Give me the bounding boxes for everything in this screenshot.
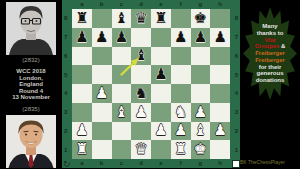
coord-rank-2-left: 2 (64, 126, 67, 135)
white-to-move-indicator (233, 161, 239, 167)
black-bishop[interactable]: ♝ (134, 48, 147, 63)
square-b7[interactable]: ♟ (92, 28, 112, 47)
square-c3[interactable]: ♝ (112, 103, 132, 122)
square-e5[interactable]: ♟ (151, 65, 171, 84)
event-line-date: 13 November (12, 94, 50, 101)
square-e7[interactable] (151, 28, 171, 47)
white-pawn[interactable]: ♟ (75, 123, 88, 138)
donor-name: Freiberger (255, 50, 285, 56)
coord-rank-6-right: 6 (235, 51, 238, 60)
square-g5[interactable] (191, 65, 211, 84)
square-e8[interactable]: ♜ (151, 9, 171, 28)
black-pawn[interactable]: ♟ (95, 30, 108, 45)
black-pawn[interactable]: ♟ (154, 67, 167, 82)
square-d7[interactable] (131, 28, 151, 47)
coord-rank-7-right: 7 (235, 33, 238, 42)
white-rook[interactable]: ♜ (174, 142, 187, 157)
square-h8[interactable] (210, 9, 230, 28)
donation-line-5: Freiberger (243, 57, 297, 64)
flip-board-icon[interactable]: ↻ (63, 159, 71, 168)
square-a1[interactable]: ♜ (72, 140, 92, 159)
white-rook[interactable]: ♜ (75, 142, 88, 157)
black-king[interactable]: ♚ (194, 11, 207, 26)
square-c2[interactable] (112, 122, 132, 141)
donation-line-7: generous (243, 70, 297, 77)
square-h1[interactable] (210, 140, 230, 159)
square-b8[interactable] (92, 9, 112, 28)
donor-name: Groupes (255, 43, 280, 49)
coord-file-c-top: c (120, 0, 123, 9)
square-b2[interactable] (92, 122, 112, 141)
coord-rank-5-right: 5 (235, 70, 238, 79)
event-info: WCC 2018 London, England Round 4 13 Nove… (12, 68, 50, 101)
square-e3[interactable] (151, 103, 171, 122)
square-e1[interactable] (151, 140, 171, 159)
black-pawn[interactable]: ♟ (75, 30, 88, 45)
donation-word: donations (256, 77, 285, 83)
donation-word: for their (259, 64, 282, 70)
coord-file-d-top: d (139, 0, 143, 9)
donor-name: Vlat (264, 37, 275, 43)
coord-file-e-bottom: e (159, 159, 162, 168)
coord-rank-4-left: 4 (64, 89, 67, 98)
donor-name: Freiberger (255, 57, 285, 63)
channel-watermark: BK TheChessPlayer (240, 160, 285, 165)
coord-rank-1-left: 1 (64, 145, 67, 154)
donation-line-1: thanks to (243, 30, 297, 37)
donation-word: & (279, 43, 285, 49)
white-pawn[interactable]: ♟ (213, 123, 226, 138)
square-d8[interactable]: ♛ (131, 9, 151, 28)
square-f6[interactable] (171, 47, 191, 66)
square-e2[interactable]: ♟ (151, 122, 171, 141)
photo-carlsen (6, 115, 56, 169)
square-a8[interactable]: ♜ (72, 9, 92, 28)
square-b6[interactable] (92, 47, 112, 66)
square-a3[interactable] (72, 103, 92, 122)
coord-rank-4-right: 4 (235, 89, 238, 98)
square-d4[interactable]: ♞ (131, 84, 151, 103)
bottom-player-rating: (2835) (22, 106, 39, 113)
square-f2[interactable]: ♟ (171, 122, 191, 141)
square-g1[interactable]: ♚ (191, 140, 211, 159)
square-a2[interactable]: ♟ (72, 122, 92, 141)
donation-text: Manythanks toVlatGroupes &FreibergerFrei… (243, 23, 297, 84)
coord-file-h-top: h (218, 0, 222, 9)
coord-file-b-top: b (100, 0, 104, 9)
square-g8[interactable]: ♚ (191, 9, 211, 28)
black-pawn[interactable]: ♟ (115, 30, 128, 45)
donation-line-4: Freiberger (243, 50, 297, 57)
donation-line-0: Many (243, 23, 297, 30)
donation-word: thanks to (257, 30, 284, 36)
donation-word: generous (256, 70, 283, 76)
black-pawn[interactable]: ♟ (194, 30, 207, 45)
coord-file-d-bottom: d (139, 159, 143, 168)
square-a4[interactable] (72, 84, 92, 103)
coord-file-a-top: a (80, 0, 83, 9)
white-queen[interactable]: ♛ (134, 142, 147, 157)
coord-rank-3-right: 3 (235, 108, 238, 117)
square-f8[interactable] (171, 9, 191, 28)
black-pawn[interactable]: ♟ (174, 30, 187, 45)
coord-file-a-bottom: a (80, 159, 83, 168)
square-g6[interactable] (191, 47, 211, 66)
coord-rank-8-right: 8 (235, 14, 238, 23)
square-d3[interactable]: ♟ (131, 103, 151, 122)
white-pawn[interactable]: ♟ (154, 123, 167, 138)
square-g4[interactable] (191, 84, 211, 103)
square-b3[interactable] (92, 103, 112, 122)
square-h7[interactable]: ♟ (210, 28, 230, 47)
square-h3[interactable] (210, 103, 230, 122)
square-c6[interactable] (112, 47, 132, 66)
black-queen[interactable]: ♛ (134, 11, 147, 26)
white-bishop[interactable]: ♝ (194, 123, 207, 138)
donation-panel: Manythanks toVlatGroupes &FreibergerFrei… (240, 0, 300, 168)
coord-file-h-bottom: h (218, 159, 222, 168)
square-d2[interactable] (131, 122, 151, 141)
square-h2[interactable]: ♟ (210, 122, 230, 141)
donation-word: Many (262, 23, 277, 29)
square-a6[interactable] (72, 47, 92, 66)
black-knight[interactable]: ♞ (134, 86, 147, 101)
square-c5[interactable] (112, 65, 132, 84)
white-pawn[interactable]: ♟ (95, 86, 108, 101)
donation-line-3: Groupes & (243, 43, 297, 50)
black-pawn[interactable]: ♟ (213, 30, 226, 45)
donation-line-8: donations (243, 77, 297, 84)
white-pawn[interactable]: ♟ (134, 105, 147, 120)
square-b1[interactable] (92, 140, 112, 159)
photo-caruana (6, 2, 56, 55)
coord-file-f-top: f (180, 0, 182, 9)
coord-file-c-bottom: c (120, 159, 123, 168)
video-frame: (2832) WCC 2018 London, England Round 4 … (0, 0, 300, 168)
donation-line-6: for their (243, 64, 297, 71)
white-pawn[interactable]: ♟ (194, 105, 207, 120)
chess-board: ♜♝♛♜♚♟♟♟♟♟♟♝♟♟♞♝♟♞♟♟♟♟♝♟♜♛♜♚ (72, 9, 230, 159)
coord-rank-2-right: 2 (235, 126, 238, 135)
square-a7[interactable]: ♟ (72, 28, 92, 47)
square-f5[interactable] (171, 65, 191, 84)
square-c7[interactable]: ♟ (112, 28, 132, 47)
white-bishop[interactable]: ♝ (115, 105, 128, 120)
carlsen-portrait-graphic (6, 115, 56, 169)
black-rook[interactable]: ♜ (154, 11, 167, 26)
top-player-rating: (2832) (22, 57, 39, 64)
square-h5[interactable] (210, 65, 230, 84)
square-a5[interactable] (72, 65, 92, 84)
square-e4[interactable] (151, 84, 171, 103)
square-g3[interactable]: ♟ (191, 103, 211, 122)
coord-rank-7-left: 7 (64, 33, 67, 42)
players-panel: (2832) WCC 2018 London, England Round 4 … (0, 0, 62, 168)
black-bishop[interactable]: ♝ (115, 11, 128, 26)
square-g7[interactable]: ♟ (191, 28, 211, 47)
coord-file-e-top: e (159, 0, 162, 9)
coord-file-g-bottom: g (199, 159, 203, 168)
coord-file-f-bottom: f (180, 159, 182, 168)
caruana-portrait-graphic (6, 2, 56, 55)
square-f1[interactable]: ♜ (171, 140, 191, 159)
square-f4[interactable] (171, 84, 191, 103)
board-area: ♜♝♛♜♚♟♟♟♟♟♟♝♟♟♞♝♟♞♟♟♟♟♝♟♜♛♜♚ ↻ aabbccdde… (62, 0, 240, 168)
white-pawn[interactable]: ♟ (174, 123, 187, 138)
coord-rank-3-left: 3 (64, 108, 67, 117)
square-b5[interactable] (92, 65, 112, 84)
square-d6[interactable]: ♝ (131, 47, 151, 66)
square-f7[interactable]: ♟ (171, 28, 191, 47)
square-c4[interactable] (112, 84, 132, 103)
square-e6[interactable] (151, 47, 171, 66)
black-rook[interactable]: ♜ (75, 11, 88, 26)
square-d1[interactable]: ♛ (131, 140, 151, 159)
coord-rank-1-right: 1 (235, 145, 238, 154)
square-c8[interactable]: ♝ (112, 9, 132, 28)
square-h4[interactable] (210, 84, 230, 103)
donation-line-2: Vlat (243, 37, 297, 44)
square-b4[interactable]: ♟ (92, 84, 112, 103)
square-g2[interactable]: ♝ (191, 122, 211, 141)
coord-rank-5-left: 5 (64, 70, 67, 79)
donation-starburst: Manythanks toVlatGroupes &FreibergerFrei… (243, 7, 297, 100)
coord-rank-6-left: 6 (64, 51, 67, 60)
white-king[interactable]: ♚ (194, 142, 207, 157)
square-c1[interactable] (112, 140, 132, 159)
event-line-tournament: WCC 2018 (12, 68, 50, 75)
coord-file-g-top: g (199, 0, 203, 9)
coord-rank-8-left: 8 (64, 14, 67, 23)
white-knight[interactable]: ♞ (174, 105, 187, 120)
square-h6[interactable] (210, 47, 230, 66)
coord-file-b-bottom: b (100, 159, 104, 168)
square-f3[interactable]: ♞ (171, 103, 191, 122)
square-d5[interactable] (131, 65, 151, 84)
